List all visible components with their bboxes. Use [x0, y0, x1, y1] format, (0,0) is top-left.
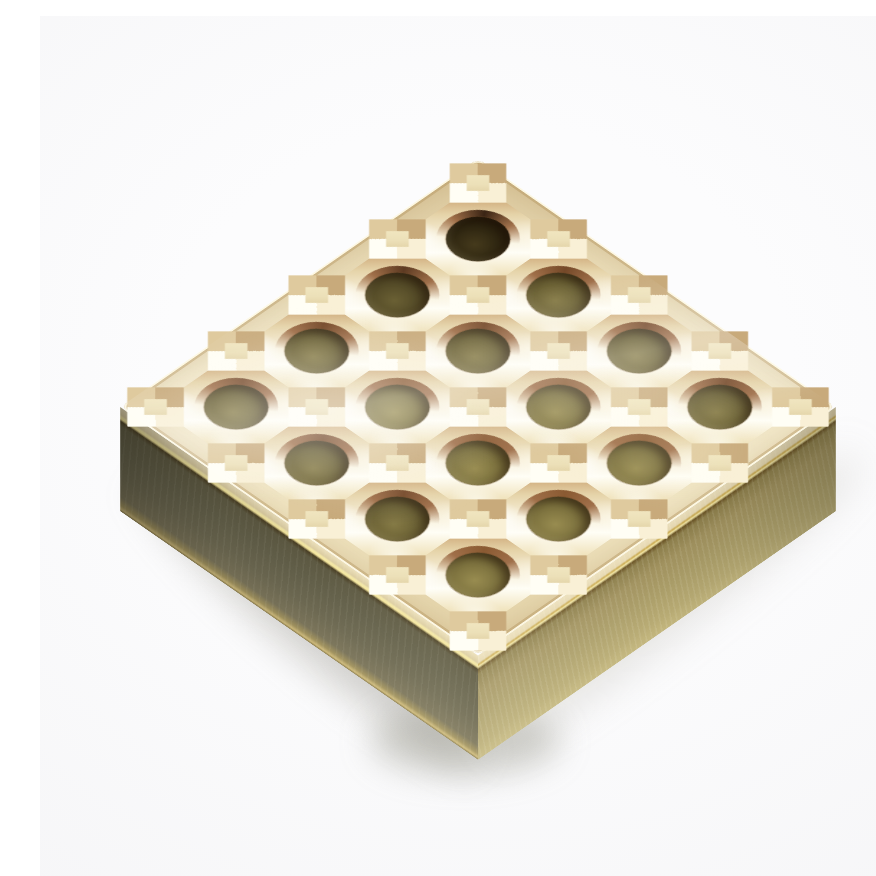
well-cell-r3c2 — [317, 463, 478, 575]
well-hole-r1c3 — [594, 432, 685, 495]
product-photo: Overhead-angle photo of a vintage square… — [40, 16, 876, 876]
well-hole-r2c1 — [352, 376, 443, 439]
well-hole-r1c1 — [433, 320, 524, 383]
well-hole-r3c3 — [433, 544, 524, 607]
well-cell-r3c3 — [397, 519, 558, 631]
well-hole-r2c2 — [433, 432, 524, 495]
well-hole-r3c0 — [191, 376, 282, 439]
well-hole-r2c3 — [513, 488, 604, 551]
well-hole-r0c1 — [513, 264, 604, 327]
pyramid-stud-r2c3 — [502, 424, 615, 503]
well-hole-r0c3 — [675, 376, 766, 439]
ashtray-box — [120, 158, 836, 655]
well-hole-r2c0 — [272, 320, 363, 383]
well-cell-r1c3 — [559, 407, 720, 519]
well-cell-r3c1 — [236, 407, 397, 519]
well-hole-r0c0 — [433, 208, 524, 271]
well-cell-r2c2 — [397, 407, 558, 519]
pyramid-stud-r3c2 — [341, 424, 454, 503]
well-hole-r1c2 — [513, 376, 604, 439]
well-hole-r1c0 — [352, 264, 443, 327]
well-hole-r3c1 — [272, 432, 363, 495]
well-hole-r3c2 — [352, 488, 443, 551]
well-hole-r0c2 — [594, 320, 685, 383]
pyramid-stud-r3c3 — [421, 480, 534, 559]
well-cell-r2c3 — [478, 463, 639, 575]
